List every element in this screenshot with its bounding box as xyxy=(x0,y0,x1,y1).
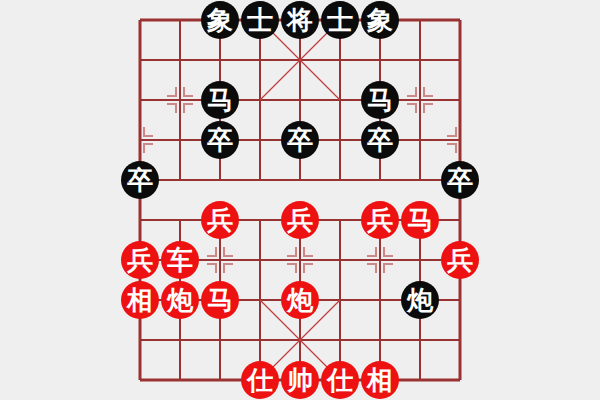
piece-black-elephant[interactable]: 象 xyxy=(361,1,399,39)
piece-black-advisor[interactable]: 士 xyxy=(241,1,279,39)
piece-red-soldier[interactable]: 兵 xyxy=(201,201,239,239)
piece-red-cannon[interactable]: 炮 xyxy=(161,281,199,319)
piece-black-soldier[interactable]: 卒 xyxy=(121,161,159,199)
piece-black-horse[interactable]: 马 xyxy=(201,81,239,119)
piece-black-soldier[interactable]: 卒 xyxy=(201,121,239,159)
piece-black-elephant[interactable]: 象 xyxy=(201,1,239,39)
piece-red-horse[interactable]: 马 xyxy=(401,201,439,239)
piece-black-soldier[interactable]: 卒 xyxy=(281,121,319,159)
piece-red-soldier[interactable]: 兵 xyxy=(281,201,319,239)
piece-red-soldier[interactable]: 兵 xyxy=(361,201,399,239)
piece-red-soldier[interactable]: 兵 xyxy=(121,241,159,279)
piece-red-chariot[interactable]: 车 xyxy=(161,241,199,279)
xiangqi-board: 象士将士象马马卒卒卒卒卒炮兵兵兵马兵车兵相炮马炮仕帅仕相 xyxy=(0,0,600,400)
piece-red-soldier[interactable]: 兵 xyxy=(441,241,479,279)
piece-red-elephant[interactable]: 相 xyxy=(361,361,399,399)
piece-black-cannon[interactable]: 炮 xyxy=(401,281,439,319)
piece-red-horse[interactable]: 马 xyxy=(201,281,239,319)
piece-red-cannon[interactable]: 炮 xyxy=(281,281,319,319)
piece-black-horse[interactable]: 马 xyxy=(361,81,399,119)
piece-red-elephant[interactable]: 相 xyxy=(121,281,159,319)
piece-black-general[interactable]: 将 xyxy=(281,1,319,39)
piece-red-general[interactable]: 帅 xyxy=(281,361,319,399)
piece-black-soldier[interactable]: 卒 xyxy=(361,121,399,159)
piece-red-advisor[interactable]: 仕 xyxy=(241,361,279,399)
piece-black-advisor[interactable]: 士 xyxy=(321,1,359,39)
pieces-layer: 象士将士象马马卒卒卒卒卒炮兵兵兵马兵车兵相炮马炮仕帅仕相 xyxy=(120,0,480,400)
piece-red-advisor[interactable]: 仕 xyxy=(321,361,359,399)
piece-black-soldier[interactable]: 卒 xyxy=(441,161,479,199)
